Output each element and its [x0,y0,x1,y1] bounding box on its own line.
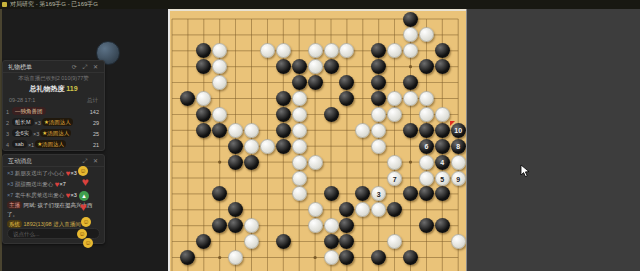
last-move-marker [450,121,455,126]
interaction-panel-icons[interactable]: ⤢ ✕ [83,157,101,165]
white-stone [387,155,402,170]
star-icon: ★ [44,119,49,125]
black-stone [419,59,434,74]
gift-panel-title: 礼物榜单 [8,63,32,72]
white-stone [244,123,259,138]
gift-caption: 本场直播已收到2 010(9)77赞 [3,75,104,82]
gift-value: 21 [93,140,99,151]
gifter-name: —独角兽团 [12,107,46,115]
smile-emoji-icon: ☺ [83,238,93,248]
gift-rank-row[interactable]: 3金6实×3★汤圆达人25 [6,129,101,140]
black-stone [324,234,339,249]
black-stone: 8 [451,139,466,154]
white-stone [212,107,227,122]
white-stone [324,218,339,233]
black-stone [403,123,418,138]
white-stone: 9 [451,171,466,186]
fan-badge: ★汤圆达人 [35,140,66,148]
rank-number: 4 [6,140,12,151]
gift-total-value: 119 [66,85,77,92]
black-stone [435,123,450,138]
white-stone [387,91,402,106]
black-stone [435,43,450,58]
white-stone [292,91,307,106]
white-stone [451,155,466,170]
white-stone [292,155,307,170]
white-stone [355,123,370,138]
gifter-name: sab [12,140,27,148]
white-stone [308,59,323,74]
white-stone [403,91,418,106]
gifter-name: 金6实 [12,129,32,137]
black-stone [324,59,339,74]
black-stone: 6 [419,139,434,154]
white-stone [419,91,434,106]
white-stone [371,123,386,138]
black-stone [403,75,418,90]
black-stone [324,107,339,122]
gift-panel-header: 礼物榜单 ⟳ ⤢ ✕ [3,61,104,73]
white-stone [371,107,386,122]
smile-emoji-icon: ☺ [81,217,91,227]
system-badge: 系统 [7,220,22,228]
black-stone [435,218,450,233]
gift-mult: ×3 [33,131,39,137]
black-stone [276,139,291,154]
white-stone [308,202,323,217]
interaction-panel-header: 互动消息 ⤢ ✕ [3,155,104,167]
black-stone [324,186,339,201]
white-stone: 7 [387,171,402,186]
white-stone [292,186,307,201]
gift-total-col: 总计 [87,97,98,104]
gift-rank-panel: 礼物榜单 ⟳ ⤢ ✕ 本场直播已收到2 010(9)77赞 总礼物热度 119 … [2,60,105,151]
black-stone [435,59,450,74]
white-stone [244,234,259,249]
black-stone [292,59,307,74]
white-stone [451,234,466,249]
black-stone [212,123,227,138]
black-stone [276,59,291,74]
gift-panel-icons[interactable]: ⟳ ⤢ ✕ [72,63,100,71]
white-stone [387,107,402,122]
gift-mult: ×1 [28,142,34,148]
heart-emoji-icon: ♥ [78,202,88,212]
white-stone [228,250,243,265]
go-board[interactable]: 106847593 [168,9,466,271]
black-stone [196,123,211,138]
black-stone [244,155,259,170]
white-stone [308,218,323,233]
star-icon: ★ [42,130,47,136]
black-stone [419,218,434,233]
black-stone [276,91,291,106]
white-stone [324,43,339,58]
white-stone [419,171,434,186]
white-stone [419,155,434,170]
white-stone [228,123,243,138]
star-icon: ★ [37,141,42,147]
black-stone [228,139,243,154]
white-stone [419,107,434,122]
host-badge: 主播 [7,201,22,209]
white-stone [276,43,291,58]
gift-rank-row[interactable]: 2船长M×3★汤圆达人29 [6,118,101,129]
heart-emoji-icon: ♥ [80,177,90,187]
rank-number: 2 [6,118,12,129]
black-stone [403,12,418,27]
gift-value: 29 [93,118,99,129]
white-stone [308,43,323,58]
white-stone [260,139,275,154]
rank-number: 1 [6,107,12,118]
interaction-panel-title: 互动消息 [8,157,32,166]
black-stone [308,75,323,90]
gifter-name: 船长M [12,118,34,126]
interaction-panel: 互动消息 ⤢ ✕ ×3 新朋友送出了小心心 ♥×3×3 甜甜圈送出爱心 ♥×7×… [2,154,105,244]
white-stone [244,139,259,154]
app-logo-icon [2,2,7,7]
rank-number: 3 [6,129,12,140]
fan-badge: ★汤圆达人 [40,129,71,137]
white-stone [292,107,307,122]
app-background [466,9,640,271]
gift-date: 09-28 17:1 [9,97,35,103]
white-stone [435,107,450,122]
fan-badge: ★汤圆达人 [42,118,73,126]
white-stone: 5 [435,171,450,186]
white-stone [292,171,307,186]
gift-rank-row[interactable]: 4sab×1★汤圆达人21 [6,140,101,151]
white-stone [371,139,386,154]
black-stone: 4 [435,155,450,170]
black-stone [435,139,450,154]
white-stone [292,139,307,154]
white-stone [324,250,339,265]
gift-rank-list: 1—独角兽团1422船长M×3★汤圆达人293金6实×3★汤圆达人254sab×… [6,107,101,151]
gift-rank-row[interactable]: 1—独角兽团142 [6,107,101,118]
gift-subheader: 09-28 17:1总计 [9,97,98,104]
black-stone [276,107,291,122]
black-stone [276,123,291,138]
gift-mult: ×3 [35,120,41,126]
black-stone [403,250,418,265]
gift-value: 142 [90,107,99,118]
black-stone [276,234,291,249]
window-title: 对局研究 - 第169手G - 已169手G [10,0,98,9]
white-stone [292,123,307,138]
gift-value: 25 [93,129,99,140]
white-stone [308,155,323,170]
mouse-cursor [520,164,530,178]
black-stone [419,123,434,138]
gift-total: 总礼物热度 119 [3,84,104,94]
black-stone [292,75,307,90]
black-stone [228,155,243,170]
